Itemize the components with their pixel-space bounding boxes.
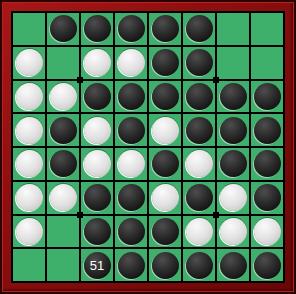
black-disc [186,117,213,144]
star-point-icon [77,212,83,218]
black-disc [118,218,145,245]
white-disc [50,83,77,110]
black-disc [254,117,281,144]
square-d5[interactable] [115,148,147,180]
black-disc [254,150,281,177]
square-b8[interactable] [47,249,79,281]
square-f3[interactable] [183,81,215,113]
black-disc [186,83,213,110]
square-g8[interactable] [217,249,249,281]
square-h5[interactable] [251,148,283,180]
white-disc [16,49,43,76]
square-e1[interactable] [149,13,181,45]
white-disc [118,49,145,76]
black-disc [186,252,213,279]
square-b7[interactable] [47,216,79,248]
square-h1[interactable] [251,13,283,45]
white-disc [220,218,247,245]
black-disc [152,252,179,279]
star-point-icon [213,212,219,218]
square-c8[interactable]: 51 [81,249,113,281]
square-d3[interactable] [115,81,147,113]
square-f4[interactable] [183,114,215,146]
square-d4[interactable] [115,114,147,146]
square-d1[interactable] [115,13,147,45]
black-disc [118,184,145,211]
square-f7[interactable] [183,216,215,248]
square-f2[interactable] [183,47,215,79]
square-f1[interactable] [183,13,215,45]
square-c3[interactable] [81,81,113,113]
square-a6[interactable] [13,182,45,214]
white-disc [186,150,213,177]
square-c1[interactable] [81,13,113,45]
square-b2[interactable] [47,47,79,79]
square-g6[interactable] [217,182,249,214]
square-e3[interactable] [149,81,181,113]
white-disc [118,150,145,177]
square-d6[interactable] [115,182,147,214]
square-h2[interactable] [251,47,283,79]
white-disc [16,184,43,211]
black-disc [152,49,179,76]
board-inner-edge: 51 [11,11,285,283]
white-disc [16,83,43,110]
square-g5[interactable] [217,148,249,180]
square-g2[interactable] [217,47,249,79]
black-disc [186,49,213,76]
white-disc [84,117,111,144]
black-disc [84,15,111,42]
black-disc [152,150,179,177]
black-disc [118,252,145,279]
square-a1[interactable] [13,13,45,45]
square-d7[interactable] [115,216,147,248]
last-move-number-label: 51 [90,259,104,272]
square-h4[interactable] [251,114,283,146]
square-c7[interactable] [81,216,113,248]
square-h8[interactable] [251,249,283,281]
white-disc [50,184,77,211]
square-f8[interactable] [183,249,215,281]
square-e2[interactable] [149,47,181,79]
black-disc [220,117,247,144]
square-e7[interactable] [149,216,181,248]
othello-board: 51 [13,13,283,281]
square-a3[interactable] [13,81,45,113]
white-disc [152,184,179,211]
black-disc [254,83,281,110]
black-disc [84,218,111,245]
square-a7[interactable] [13,216,45,248]
black-disc [118,83,145,110]
black-disc: 51 [84,252,111,279]
black-disc [186,184,213,211]
square-g4[interactable] [217,114,249,146]
square-a2[interactable] [13,47,45,79]
white-disc [84,49,111,76]
black-disc [186,15,213,42]
square-f5[interactable] [183,148,215,180]
square-e6[interactable] [149,182,181,214]
square-b1[interactable] [47,13,79,45]
white-disc [16,117,43,144]
square-h6[interactable] [251,182,283,214]
square-a4[interactable] [13,114,45,146]
square-e5[interactable] [149,148,181,180]
black-disc [84,83,111,110]
black-disc [254,252,281,279]
black-disc [50,150,77,177]
square-a5[interactable] [13,148,45,180]
black-disc [254,184,281,211]
board-frame-bevel: 51 [2,2,294,292]
black-disc [118,15,145,42]
square-c6[interactable] [81,182,113,214]
board-frame: 51 [0,0,296,294]
square-h7[interactable] [251,216,283,248]
white-disc [16,218,43,245]
white-disc [152,117,179,144]
square-c2[interactable] [81,47,113,79]
white-disc [16,150,43,177]
black-disc [152,15,179,42]
black-disc [220,83,247,110]
black-disc [152,83,179,110]
black-disc [152,218,179,245]
square-c5[interactable] [81,148,113,180]
black-disc [220,252,247,279]
star-point-icon [77,77,83,83]
square-b6[interactable] [47,182,79,214]
square-b5[interactable] [47,148,79,180]
square-g7[interactable] [217,216,249,248]
white-disc [220,184,247,211]
square-a8[interactable] [13,249,45,281]
square-f6[interactable] [183,182,215,214]
black-disc [50,15,77,42]
square-g3[interactable] [217,81,249,113]
black-disc [50,117,77,144]
white-disc [84,150,111,177]
square-d2[interactable] [115,47,147,79]
square-e8[interactable] [149,249,181,281]
square-b4[interactable] [47,114,79,146]
square-h3[interactable] [251,81,283,113]
black-disc [118,117,145,144]
square-e4[interactable] [149,114,181,146]
star-point-icon [213,77,219,83]
white-disc [254,218,281,245]
black-disc [220,150,247,177]
square-d8[interactable] [115,249,147,281]
square-c4[interactable] [81,114,113,146]
square-g1[interactable] [217,13,249,45]
black-disc [84,184,111,211]
square-b3[interactable] [47,81,79,113]
white-disc [186,218,213,245]
